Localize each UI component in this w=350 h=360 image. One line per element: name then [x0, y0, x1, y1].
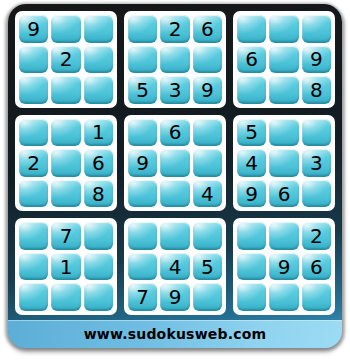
- cell-r9c3[interactable]: [84, 283, 113, 311]
- cell-r8c7[interactable]: [237, 253, 266, 281]
- box-1-1: 92: [15, 11, 117, 108]
- cell-r3c6[interactable]: 9: [193, 76, 222, 104]
- sudoku-board: 9226539698126869454396714579296: [8, 4, 342, 320]
- cell-r5c3[interactable]: 6: [84, 149, 113, 177]
- box-1-2: 26539: [124, 11, 226, 108]
- cell-r8c4[interactable]: [128, 253, 157, 281]
- cell-r4c8[interactable]: [269, 119, 298, 147]
- cell-r9c6[interactable]: [193, 283, 222, 311]
- cell-r6c7[interactable]: 9: [237, 180, 266, 208]
- cell-r7c8[interactable]: [269, 222, 298, 250]
- cell-r3c5[interactable]: 3: [160, 76, 189, 104]
- cell-r8c8[interactable]: 9: [269, 253, 298, 281]
- given-digit: 2: [27, 153, 40, 173]
- cell-r8c9[interactable]: 6: [302, 253, 331, 281]
- cell-r3c7[interactable]: [237, 76, 266, 104]
- cell-r2c2[interactable]: 2: [51, 46, 80, 74]
- box-3-3: 296: [233, 218, 335, 315]
- cell-r9c5[interactable]: 9: [160, 283, 189, 311]
- given-digit: 8: [92, 184, 105, 204]
- sudoku-page: 9226539698126869454396714579296 www.sudo…: [0, 0, 350, 360]
- cell-r2c3[interactable]: [84, 46, 113, 74]
- cell-r2c8[interactable]: [269, 46, 298, 74]
- cell-r8c1[interactable]: [19, 253, 48, 281]
- given-digit: 9: [245, 184, 258, 204]
- given-digit: 9: [136, 153, 149, 173]
- cell-r4c9[interactable]: [302, 119, 331, 147]
- cell-r2c7[interactable]: 6: [237, 46, 266, 74]
- given-digit: 2: [310, 226, 323, 246]
- cell-r6c5[interactable]: [160, 180, 189, 208]
- cell-r6c2[interactable]: [51, 180, 80, 208]
- box-2-2: 694: [124, 115, 226, 212]
- given-digit: 1: [60, 257, 73, 277]
- cell-r2c1[interactable]: [19, 46, 48, 74]
- box-3-2: 4579: [124, 218, 226, 315]
- given-digit: 5: [201, 257, 214, 277]
- cell-r8c6[interactable]: 5: [193, 253, 222, 281]
- cell-r7c2[interactable]: 7: [51, 222, 80, 250]
- cell-r5c8[interactable]: [269, 149, 298, 177]
- cell-r4c4[interactable]: [128, 119, 157, 147]
- cell-r1c8[interactable]: [269, 15, 298, 43]
- cell-r6c6[interactable]: 4: [193, 180, 222, 208]
- cell-r8c5[interactable]: 4: [160, 253, 189, 281]
- given-digit: 4: [201, 184, 214, 204]
- cell-r4c1[interactable]: [19, 119, 48, 147]
- cell-r5c7[interactable]: 4: [237, 149, 266, 177]
- cell-r9c8[interactable]: [269, 283, 298, 311]
- cell-r7c4[interactable]: [128, 222, 157, 250]
- cell-r3c2[interactable]: [51, 76, 80, 104]
- given-digit: 3: [169, 80, 182, 100]
- cell-r2c6[interactable]: [193, 46, 222, 74]
- given-digit: 2: [60, 49, 73, 69]
- given-digit: 9: [310, 49, 323, 69]
- box-2-1: 1268: [15, 115, 117, 212]
- cell-r9c9[interactable]: [302, 283, 331, 311]
- cell-r3c3[interactable]: [84, 76, 113, 104]
- given-digit: 6: [278, 184, 291, 204]
- given-digit: 9: [201, 80, 214, 100]
- cell-r9c7[interactable]: [237, 283, 266, 311]
- cell-r7c7[interactable]: [237, 222, 266, 250]
- given-digit: 6: [310, 257, 323, 277]
- box-2-3: 54396: [233, 115, 335, 212]
- cell-r7c5[interactable]: [160, 222, 189, 250]
- cell-r5c6[interactable]: [193, 149, 222, 177]
- cell-r6c9[interactable]: [302, 180, 331, 208]
- cell-r6c1[interactable]: [19, 180, 48, 208]
- cell-r5c5[interactable]: [160, 149, 189, 177]
- cell-r1c9[interactable]: [302, 15, 331, 43]
- cell-r9c1[interactable]: [19, 283, 48, 311]
- given-digit: 5: [136, 80, 149, 100]
- cell-r5c9[interactable]: 3: [302, 149, 331, 177]
- given-digit: 6: [169, 122, 182, 142]
- cell-r1c6[interactable]: 6: [193, 15, 222, 43]
- cell-r1c2[interactable]: [51, 15, 80, 43]
- given-digit: 9: [278, 257, 291, 277]
- given-digit: 8: [310, 80, 323, 100]
- given-digit: 6: [201, 19, 214, 39]
- cell-r5c2[interactable]: [51, 149, 80, 177]
- cell-r6c4[interactable]: [128, 180, 157, 208]
- given-digit: 6: [245, 49, 258, 69]
- cell-r9c2[interactable]: [51, 283, 80, 311]
- cell-r2c5[interactable]: [160, 46, 189, 74]
- given-digit: 4: [169, 257, 182, 277]
- given-digit: 1: [92, 122, 105, 142]
- cell-r4c7[interactable]: 5: [237, 119, 266, 147]
- cell-r2c4[interactable]: [128, 46, 157, 74]
- cell-r7c6[interactable]: [193, 222, 222, 250]
- given-digit: 7: [60, 226, 73, 246]
- given-digit: 3: [310, 153, 323, 173]
- cell-r1c4[interactable]: [128, 15, 157, 43]
- box-1-3: 698: [233, 11, 335, 108]
- given-digit: 9: [27, 19, 40, 39]
- cell-r9c4[interactable]: 7: [128, 283, 157, 311]
- cell-r4c2[interactable]: [51, 119, 80, 147]
- cell-r1c7[interactable]: [237, 15, 266, 43]
- given-digit: 5: [245, 122, 258, 142]
- given-digit: 9: [169, 287, 182, 307]
- cell-r3c8[interactable]: [269, 76, 298, 104]
- cell-r1c3[interactable]: [84, 15, 113, 43]
- cell-r3c9[interactable]: 8: [302, 76, 331, 104]
- cell-r3c4[interactable]: 5: [128, 76, 157, 104]
- cell-r7c9[interactable]: 2: [302, 222, 331, 250]
- cell-r4c5[interactable]: 6: [160, 119, 189, 147]
- given-digit: 7: [136, 287, 149, 307]
- cell-r1c1[interactable]: 9: [19, 15, 48, 43]
- cell-r5c1[interactable]: 2: [19, 149, 48, 177]
- footer-bar: www.sudokusweb.com: [8, 320, 342, 348]
- site-url[interactable]: www.sudokusweb.com: [84, 326, 267, 342]
- cell-r7c1[interactable]: [19, 222, 48, 250]
- cell-r4c6[interactable]: [193, 119, 222, 147]
- cell-r5c4[interactable]: 9: [128, 149, 157, 177]
- given-digit: 2: [169, 19, 182, 39]
- cell-r1c5[interactable]: 2: [160, 15, 189, 43]
- given-digit: 6: [92, 153, 105, 173]
- cell-r6c3[interactable]: 8: [84, 180, 113, 208]
- cell-r7c3[interactable]: [84, 222, 113, 250]
- cell-r2c9[interactable]: 9: [302, 46, 331, 74]
- given-digit: 4: [245, 153, 258, 173]
- cell-r8c2[interactable]: 1: [51, 253, 80, 281]
- cell-r8c3[interactable]: [84, 253, 113, 281]
- cell-r4c3[interactable]: 1: [84, 119, 113, 147]
- board-frame: 9226539698126869454396714579296 www.sudo…: [8, 4, 342, 348]
- box-3-1: 71: [15, 218, 117, 315]
- cell-r3c1[interactable]: [19, 76, 48, 104]
- cell-r6c8[interactable]: 6: [269, 180, 298, 208]
